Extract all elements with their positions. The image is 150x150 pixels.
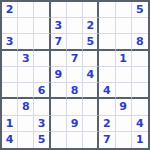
cell-r9c5[interactable] — [67, 132, 83, 148]
cell-r7c2[interactable]: 8 — [18, 99, 34, 115]
cell-r7c4[interactable] — [51, 99, 67, 115]
cell-r1c5[interactable] — [67, 2, 83, 18]
cell-r6c5[interactable]: 8 — [67, 83, 83, 99]
cell-r3c7[interactable] — [99, 34, 115, 50]
cell-r3c8[interactable] — [116, 34, 132, 50]
cell-r1c3[interactable] — [34, 2, 50, 18]
cell-r8c4[interactable] — [51, 116, 67, 132]
cell-r9c3[interactable]: 5 — [34, 132, 50, 148]
cell-r7c8[interactable]: 9 — [116, 99, 132, 115]
cell-r6c6[interactable] — [83, 83, 99, 99]
cell-r5c8[interactable] — [116, 67, 132, 83]
cell-r3c3[interactable] — [34, 34, 50, 50]
cell-r6c1[interactable] — [2, 83, 18, 99]
cell-r7c6[interactable] — [83, 99, 99, 115]
cell-r6c8[interactable] — [116, 83, 132, 99]
cell-r8c5[interactable]: 9 — [67, 116, 83, 132]
cell-r1c2[interactable] — [18, 2, 34, 18]
cell-r2c1[interactable] — [2, 18, 18, 34]
sudoku-board: 253237583719468489139244571 — [0, 0, 150, 150]
cell-r6c3[interactable]: 6 — [34, 83, 50, 99]
cell-r9c7[interactable]: 7 — [99, 132, 115, 148]
cell-r3c9[interactable]: 8 — [132, 34, 148, 50]
cell-r5c3[interactable] — [34, 67, 50, 83]
cell-r1c1[interactable]: 2 — [2, 2, 18, 18]
cell-r4c5[interactable]: 7 — [67, 51, 83, 67]
cell-r8c8[interactable] — [116, 116, 132, 132]
cell-r5c6[interactable]: 4 — [83, 67, 99, 83]
cell-r1c7[interactable] — [99, 2, 115, 18]
cell-r8c7[interactable]: 2 — [99, 116, 115, 132]
cell-r7c7[interactable] — [99, 99, 115, 115]
cell-r4c3[interactable] — [34, 51, 50, 67]
cell-r5c1[interactable] — [2, 67, 18, 83]
cell-r6c2[interactable] — [18, 83, 34, 99]
cell-r8c1[interactable]: 1 — [2, 116, 18, 132]
cell-r8c2[interactable] — [18, 116, 34, 132]
cell-r5c4[interactable]: 9 — [51, 67, 67, 83]
cell-r5c7[interactable] — [99, 67, 115, 83]
cell-r2c4[interactable]: 3 — [51, 18, 67, 34]
cell-r5c9[interactable] — [132, 67, 148, 83]
cell-r9c6[interactable] — [83, 132, 99, 148]
cell-r7c9[interactable] — [132, 99, 148, 115]
cell-r1c4[interactable] — [51, 2, 67, 18]
cell-r9c9[interactable]: 1 — [132, 132, 148, 148]
cell-r1c9[interactable]: 5 — [132, 2, 148, 18]
cell-r4c7[interactable] — [99, 51, 115, 67]
cell-r9c2[interactable] — [18, 132, 34, 148]
cell-r3c5[interactable] — [67, 34, 83, 50]
cell-r4c9[interactable] — [132, 51, 148, 67]
cell-r8c6[interactable] — [83, 116, 99, 132]
cell-r2c8[interactable] — [116, 18, 132, 34]
cell-r7c5[interactable] — [67, 99, 83, 115]
cell-r5c2[interactable] — [18, 67, 34, 83]
cell-r3c1[interactable]: 3 — [2, 34, 18, 50]
cell-r4c1[interactable] — [2, 51, 18, 67]
cell-r5c5[interactable] — [67, 67, 83, 83]
cell-r9c4[interactable] — [51, 132, 67, 148]
cell-r7c3[interactable] — [34, 99, 50, 115]
cell-r3c4[interactable]: 7 — [51, 34, 67, 50]
cell-r9c8[interactable] — [116, 132, 132, 148]
cell-r7c1[interactable] — [2, 99, 18, 115]
cell-r6c9[interactable] — [132, 83, 148, 99]
cell-r3c2[interactable] — [18, 34, 34, 50]
cell-r1c6[interactable] — [83, 2, 99, 18]
cell-r2c6[interactable]: 2 — [83, 18, 99, 34]
cell-r2c7[interactable] — [99, 18, 115, 34]
cell-r2c5[interactable] — [67, 18, 83, 34]
cell-r4c8[interactable]: 1 — [116, 51, 132, 67]
cell-r4c4[interactable] — [51, 51, 67, 67]
cell-r8c9[interactable]: 4 — [132, 116, 148, 132]
cell-r6c7[interactable]: 4 — [99, 83, 115, 99]
cell-r4c6[interactable] — [83, 51, 99, 67]
cell-r2c2[interactable] — [18, 18, 34, 34]
cell-r2c3[interactable] — [34, 18, 50, 34]
cell-r4c2[interactable]: 3 — [18, 51, 34, 67]
cell-r1c8[interactable] — [116, 2, 132, 18]
cell-r8c3[interactable]: 3 — [34, 116, 50, 132]
cell-r2c9[interactable] — [132, 18, 148, 34]
cell-r3c6[interactable]: 5 — [83, 34, 99, 50]
cell-r6c4[interactable] — [51, 83, 67, 99]
cell-r9c1[interactable]: 4 — [2, 132, 18, 148]
